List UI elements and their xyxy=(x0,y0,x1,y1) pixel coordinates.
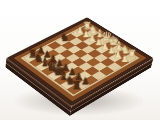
product-photo: ♜♟♞♟♜♞♟♟♞♝♟♟♝♛♟♟♛♚♟♟♚♝♟♟♝♞♟♟♞♜♟♟♜ xyxy=(0,0,160,120)
